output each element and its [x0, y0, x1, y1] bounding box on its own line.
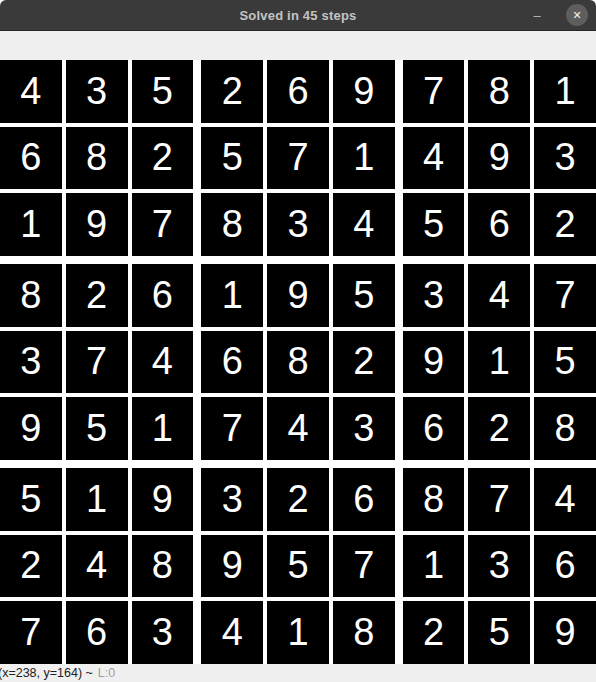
- status-bar: (x=238, y=164) ~ L:0: [0, 664, 596, 682]
- sudoku-cell-r9c1[interactable]: 7: [0, 601, 62, 664]
- sudoku-box-1: 269571834: [201, 60, 394, 256]
- sudoku-cell-r9c5[interactable]: 1: [267, 601, 329, 664]
- sudoku-box-0: 435682197: [0, 60, 193, 256]
- sudoku-cell-r2c7[interactable]: 4: [403, 127, 465, 190]
- sudoku-cell-r7c2[interactable]: 1: [66, 468, 128, 531]
- sudoku-cell-r6c4[interactable]: 7: [201, 397, 263, 460]
- sudoku-cell-r3c1[interactable]: 1: [0, 193, 62, 256]
- sudoku-cell-r4c6[interactable]: 5: [333, 264, 395, 327]
- sudoku-cell-r1c1[interactable]: 4: [0, 60, 62, 123]
- window-title: Solved in 45 steps: [0, 8, 596, 23]
- sudoku-cell-r8c2[interactable]: 4: [66, 535, 128, 598]
- sudoku-cell-r1c6[interactable]: 9: [333, 60, 395, 123]
- sudoku-cell-r4c4[interactable]: 1: [201, 264, 263, 327]
- sudoku-cell-r1c8[interactable]: 8: [468, 60, 530, 123]
- sudoku-cell-r4c5[interactable]: 9: [267, 264, 329, 327]
- sudoku-box-6: 519248763: [0, 468, 193, 664]
- sudoku-cell-r5c4[interactable]: 6: [201, 331, 263, 394]
- sudoku-cell-r6c8[interactable]: 2: [468, 397, 530, 460]
- sudoku-box-8: 874136259: [403, 468, 596, 664]
- sudoku-cell-r1c2[interactable]: 3: [66, 60, 128, 123]
- sudoku-cell-r3c8[interactable]: 6: [468, 193, 530, 256]
- sudoku-cell-r3c5[interactable]: 3: [267, 193, 329, 256]
- sudoku-cell-r9c4[interactable]: 4: [201, 601, 263, 664]
- sudoku-cell-r7c7[interactable]: 8: [403, 468, 465, 531]
- sudoku-box-3: 826374951: [0, 264, 193, 460]
- sudoku-cell-r1c7[interactable]: 7: [403, 60, 465, 123]
- sudoku-cell-r2c9[interactable]: 3: [534, 127, 596, 190]
- sudoku-cell-r6c1[interactable]: 9: [0, 397, 62, 460]
- sudoku-cell-r5c5[interactable]: 8: [267, 331, 329, 394]
- sudoku-cell-r5c8[interactable]: 1: [468, 331, 530, 394]
- sudoku-cell-r7c6[interactable]: 6: [333, 468, 395, 531]
- sudoku-cell-r6c3[interactable]: 1: [132, 397, 194, 460]
- sudoku-cell-r8c4[interactable]: 9: [201, 535, 263, 598]
- sudoku-cell-r7c5[interactable]: 2: [267, 468, 329, 531]
- sudoku-cell-r3c7[interactable]: 5: [403, 193, 465, 256]
- sudoku-cell-r5c9[interactable]: 5: [534, 331, 596, 394]
- sudoku-box-2: 781493562: [403, 60, 596, 256]
- sudoku-cell-r2c8[interactable]: 9: [468, 127, 530, 190]
- sudoku-cell-r2c6[interactable]: 1: [333, 127, 395, 190]
- sudoku-cell-r8c3[interactable]: 8: [132, 535, 194, 598]
- sudoku-cell-r5c2[interactable]: 7: [66, 331, 128, 394]
- sudoku-cell-r7c8[interactable]: 7: [468, 468, 530, 531]
- titlebar: Solved in 45 steps – ✕: [0, 0, 596, 31]
- sudoku-cell-r3c4[interactable]: 8: [201, 193, 263, 256]
- sudoku-cell-r2c3[interactable]: 2: [132, 127, 194, 190]
- sudoku-cell-r9c3[interactable]: 3: [132, 601, 194, 664]
- close-icon: ✕: [572, 10, 581, 21]
- sudoku-cell-r9c6[interactable]: 8: [333, 601, 395, 664]
- sudoku-cell-r1c3[interactable]: 5: [132, 60, 194, 123]
- sudoku-cell-r5c3[interactable]: 4: [132, 331, 194, 394]
- sudoku-cell-r9c2[interactable]: 6: [66, 601, 128, 664]
- sudoku-cell-r9c9[interactable]: 9: [534, 601, 596, 664]
- sudoku-box-5: 347915628: [403, 264, 596, 460]
- sudoku-cell-r1c5[interactable]: 6: [267, 60, 329, 123]
- sudoku-cell-r8c7[interactable]: 1: [403, 535, 465, 598]
- sudoku-cell-r3c3[interactable]: 7: [132, 193, 194, 256]
- sudoku-cell-r9c8[interactable]: 5: [468, 601, 530, 664]
- sudoku-cell-r1c9[interactable]: 1: [534, 60, 596, 123]
- sudoku-cell-r6c9[interactable]: 8: [534, 397, 596, 460]
- sudoku-cell-r6c2[interactable]: 5: [66, 397, 128, 460]
- sudoku-cell-r6c5[interactable]: 4: [267, 397, 329, 460]
- sudoku-cell-r8c6[interactable]: 7: [333, 535, 395, 598]
- sudoku-cell-r9c7[interactable]: 2: [403, 601, 465, 664]
- sudoku-cell-r4c3[interactable]: 6: [132, 264, 194, 327]
- sudoku-cell-r7c1[interactable]: 5: [0, 468, 62, 531]
- sudoku-cell-r5c1[interactable]: 3: [0, 331, 62, 394]
- sudoku-cell-r7c4[interactable]: 3: [201, 468, 263, 531]
- level-indicator: L:0: [98, 666, 115, 680]
- sudoku-cell-r4c9[interactable]: 7: [534, 264, 596, 327]
- sudoku-box-4: 195682743: [201, 264, 394, 460]
- window-buttons: – ✕: [526, 4, 596, 26]
- sudoku-cell-r6c6[interactable]: 3: [333, 397, 395, 460]
- sudoku-cell-r4c7[interactable]: 3: [403, 264, 465, 327]
- sudoku-cell-r4c2[interactable]: 2: [66, 264, 128, 327]
- sudoku-cell-r6c7[interactable]: 6: [403, 397, 465, 460]
- minimize-icon: –: [533, 9, 540, 22]
- sudoku-solver-window: Solved in 45 steps – ✕ 43568219726957183…: [0, 0, 596, 682]
- sudoku-cell-r4c1[interactable]: 8: [0, 264, 62, 327]
- sudoku-cell-r8c8[interactable]: 3: [468, 535, 530, 598]
- sudoku-cell-r3c2[interactable]: 9: [66, 193, 128, 256]
- toolbar-strip: [0, 31, 596, 60]
- sudoku-cell-r7c9[interactable]: 4: [534, 468, 596, 531]
- close-button[interactable]: ✕: [566, 4, 588, 26]
- sudoku-cell-r7c3[interactable]: 9: [132, 468, 194, 531]
- sudoku-board: 4356821972695718347814935628263749511956…: [0, 60, 596, 664]
- sudoku-cell-r1c4[interactable]: 2: [201, 60, 263, 123]
- sudoku-cell-r2c5[interactable]: 7: [267, 127, 329, 190]
- minimize-button[interactable]: –: [526, 4, 548, 26]
- sudoku-cell-r2c1[interactable]: 6: [0, 127, 62, 190]
- sudoku-cell-r2c2[interactable]: 8: [66, 127, 128, 190]
- sudoku-cell-r8c5[interactable]: 5: [267, 535, 329, 598]
- mouse-coordinates: (x=238, y=164) ~: [0, 666, 93, 680]
- sudoku-box-7: 326957418: [201, 468, 394, 664]
- sudoku-cell-r2c4[interactable]: 5: [201, 127, 263, 190]
- sudoku-cell-r8c9[interactable]: 6: [534, 535, 596, 598]
- sudoku-cell-r3c6[interactable]: 4: [333, 193, 395, 256]
- sudoku-cell-r5c7[interactable]: 9: [403, 331, 465, 394]
- sudoku-cell-r4c8[interactable]: 4: [468, 264, 530, 327]
- sudoku-cell-r3c9[interactable]: 2: [534, 193, 596, 256]
- sudoku-cell-r8c1[interactable]: 2: [0, 535, 62, 598]
- sudoku-cell-r5c6[interactable]: 2: [333, 331, 395, 394]
